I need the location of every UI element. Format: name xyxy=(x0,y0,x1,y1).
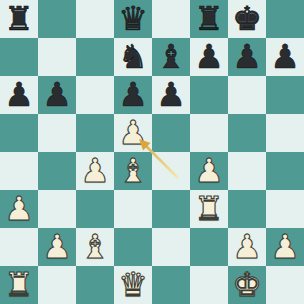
square-h5[interactable] xyxy=(266,114,304,152)
square-g8[interactable]: ♚ xyxy=(228,0,266,38)
black-pawn[interactable]: ♟ xyxy=(118,76,148,114)
square-d7[interactable]: ♞ xyxy=(114,38,152,76)
square-e4[interactable] xyxy=(152,152,190,190)
black-pawn[interactable]: ♟ xyxy=(194,38,224,76)
square-a5[interactable] xyxy=(0,114,38,152)
square-h8[interactable] xyxy=(266,0,304,38)
white-king[interactable]: ♚ xyxy=(232,266,262,304)
square-e2[interactable] xyxy=(152,228,190,266)
square-e6[interactable]: ♟ xyxy=(152,76,190,114)
square-f7[interactable]: ♟ xyxy=(190,38,228,76)
white-pawn[interactable]: ♟ xyxy=(118,114,148,152)
square-a3[interactable]: ♟ xyxy=(0,190,38,228)
chess-board: ♜♛♜♚♞♝♟♟♟♟♟♟♟♟♟♝♟♟♜♟♝♟♟♜♛♚ xyxy=(0,0,304,304)
white-bishop[interactable]: ♝ xyxy=(80,228,110,266)
square-f6[interactable] xyxy=(190,76,228,114)
black-pawn[interactable]: ♟ xyxy=(270,38,300,76)
white-rook[interactable]: ♜ xyxy=(194,190,224,228)
square-b2[interactable]: ♟ xyxy=(38,228,76,266)
square-d4[interactable]: ♝ xyxy=(114,152,152,190)
square-d3[interactable] xyxy=(114,190,152,228)
square-c3[interactable] xyxy=(76,190,114,228)
black-rook[interactable]: ♜ xyxy=(194,0,224,38)
black-king[interactable]: ♚ xyxy=(232,0,262,38)
black-pawn[interactable]: ♟ xyxy=(232,38,262,76)
square-f5[interactable] xyxy=(190,114,228,152)
square-e8[interactable] xyxy=(152,0,190,38)
board-grid: ♜♛♜♚♞♝♟♟♟♟♟♟♟♟♟♝♟♟♜♟♝♟♟♜♛♚ xyxy=(0,0,304,304)
black-knight[interactable]: ♞ xyxy=(118,38,148,76)
square-d6[interactable]: ♟ xyxy=(114,76,152,114)
square-f1[interactable] xyxy=(190,266,228,304)
white-pawn[interactable]: ♟ xyxy=(4,190,34,228)
white-pawn[interactable]: ♟ xyxy=(80,152,110,190)
square-h2[interactable]: ♟ xyxy=(266,228,304,266)
square-c5[interactable] xyxy=(76,114,114,152)
square-c6[interactable] xyxy=(76,76,114,114)
white-pawn[interactable]: ♟ xyxy=(232,228,262,266)
square-f2[interactable] xyxy=(190,228,228,266)
square-h4[interactable] xyxy=(266,152,304,190)
square-f8[interactable]: ♜ xyxy=(190,0,228,38)
white-bishop[interactable]: ♝ xyxy=(118,152,148,190)
square-b3[interactable] xyxy=(38,190,76,228)
square-b1[interactable] xyxy=(38,266,76,304)
square-e3[interactable] xyxy=(152,190,190,228)
square-h3[interactable] xyxy=(266,190,304,228)
black-bishop[interactable]: ♝ xyxy=(156,38,186,76)
white-pawn[interactable]: ♟ xyxy=(42,228,72,266)
square-d2[interactable] xyxy=(114,228,152,266)
square-f4[interactable]: ♟ xyxy=(190,152,228,190)
square-d8[interactable]: ♛ xyxy=(114,0,152,38)
square-f3[interactable]: ♜ xyxy=(190,190,228,228)
white-pawn[interactable]: ♟ xyxy=(194,152,224,190)
square-g1[interactable]: ♚ xyxy=(228,266,266,304)
square-e7[interactable]: ♝ xyxy=(152,38,190,76)
black-queen[interactable]: ♛ xyxy=(118,0,148,38)
square-h7[interactable]: ♟ xyxy=(266,38,304,76)
square-b4[interactable] xyxy=(38,152,76,190)
square-g6[interactable] xyxy=(228,76,266,114)
square-d1[interactable]: ♛ xyxy=(114,266,152,304)
square-c7[interactable] xyxy=(76,38,114,76)
square-c1[interactable] xyxy=(76,266,114,304)
square-d5[interactable]: ♟ xyxy=(114,114,152,152)
black-pawn[interactable]: ♟ xyxy=(42,76,72,114)
square-b6[interactable]: ♟ xyxy=(38,76,76,114)
square-b8[interactable] xyxy=(38,0,76,38)
square-g4[interactable] xyxy=(228,152,266,190)
square-a8[interactable]: ♜ xyxy=(0,0,38,38)
square-e1[interactable] xyxy=(152,266,190,304)
square-h1[interactable] xyxy=(266,266,304,304)
square-g2[interactable]: ♟ xyxy=(228,228,266,266)
white-pawn[interactable]: ♟ xyxy=(270,228,300,266)
square-g7[interactable]: ♟ xyxy=(228,38,266,76)
square-a2[interactable] xyxy=(0,228,38,266)
square-b7[interactable] xyxy=(38,38,76,76)
square-g5[interactable] xyxy=(228,114,266,152)
white-queen[interactable]: ♛ xyxy=(118,266,148,304)
square-e5[interactable] xyxy=(152,114,190,152)
square-a4[interactable] xyxy=(0,152,38,190)
black-pawn[interactable]: ♟ xyxy=(156,76,186,114)
black-pawn[interactable]: ♟ xyxy=(4,76,34,114)
white-rook[interactable]: ♜ xyxy=(4,266,34,304)
square-a1[interactable]: ♜ xyxy=(0,266,38,304)
square-a6[interactable]: ♟ xyxy=(0,76,38,114)
square-c8[interactable] xyxy=(76,0,114,38)
square-c4[interactable]: ♟ xyxy=(76,152,114,190)
square-a7[interactable] xyxy=(0,38,38,76)
square-h6[interactable] xyxy=(266,76,304,114)
square-c2[interactable]: ♝ xyxy=(76,228,114,266)
square-g3[interactable] xyxy=(228,190,266,228)
square-b5[interactable] xyxy=(38,114,76,152)
black-rook[interactable]: ♜ xyxy=(4,0,34,38)
